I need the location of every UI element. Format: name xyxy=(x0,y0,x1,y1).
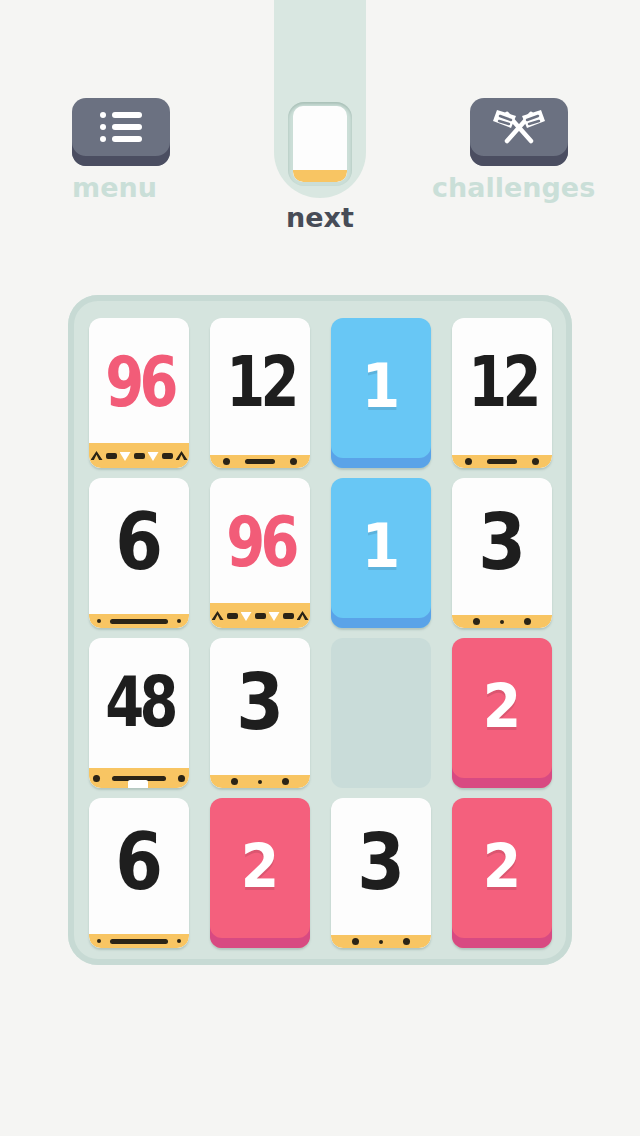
tile-value: 3 xyxy=(236,663,284,741)
tile-value: 3 xyxy=(357,823,405,901)
empty-cell xyxy=(331,638,431,788)
board-grid: 96121126961348326232 xyxy=(68,295,572,965)
tile-value: 12 xyxy=(225,347,295,417)
tile-foot-marks xyxy=(452,455,552,468)
threes-game-screen: next menu xyxy=(0,0,640,1136)
menu-label: menu xyxy=(72,172,170,203)
tile-value: 6 xyxy=(115,823,163,901)
tile-value: 6 xyxy=(115,503,163,581)
next-card-slot xyxy=(288,102,352,186)
cell: 6 xyxy=(89,798,189,948)
cell: 12 xyxy=(210,318,310,468)
tile-2[interactable]: 2 xyxy=(210,798,310,948)
tile-3[interactable]: 3 xyxy=(331,798,431,948)
next-label: next xyxy=(260,202,380,233)
tile-1[interactable]: 1 xyxy=(331,478,431,628)
tile-value: 1 xyxy=(362,356,400,416)
tile-96[interactable]: 96 xyxy=(210,478,310,628)
challenges-button[interactable] xyxy=(470,98,568,166)
tile-foot-marks xyxy=(452,615,552,628)
tile-foot-marks xyxy=(89,443,189,468)
tile-foot-marks xyxy=(210,775,310,788)
tile-value: 48 xyxy=(104,667,174,737)
cell: 3 xyxy=(210,638,310,788)
menu-list-icon xyxy=(100,112,142,142)
tile-value: 3 xyxy=(478,503,526,581)
tile-6[interactable]: 6 xyxy=(89,798,189,948)
cell: 96 xyxy=(210,478,310,628)
tile-value: 96 xyxy=(104,347,174,417)
challenges-label: challenges xyxy=(432,172,582,203)
next-card xyxy=(293,106,347,182)
tile-12[interactable]: 12 xyxy=(210,318,310,468)
tile-foot-marks xyxy=(89,934,189,948)
tile-2[interactable]: 2 xyxy=(452,798,552,948)
next-card-foot xyxy=(293,170,347,182)
cell: 2 xyxy=(210,798,310,948)
tile-foot-marks xyxy=(89,614,189,628)
tile-foot-marks xyxy=(89,768,189,788)
menu-button[interactable] xyxy=(72,98,170,166)
cell: 48 xyxy=(89,638,189,788)
tile-2[interactable]: 2 xyxy=(452,638,552,788)
tile-96[interactable]: 96 xyxy=(89,318,189,468)
cell: 1 xyxy=(331,318,431,468)
tile-3[interactable]: 3 xyxy=(452,478,552,628)
cell: 12 xyxy=(452,318,552,468)
tile-1[interactable]: 1 xyxy=(331,318,431,468)
cell: 2 xyxy=(452,798,552,948)
tile-value: 2 xyxy=(483,836,521,896)
tile-value: 2 xyxy=(483,676,521,736)
tile-6[interactable]: 6 xyxy=(89,478,189,628)
cell: 3 xyxy=(331,798,431,948)
tile-foot-marks xyxy=(210,455,310,468)
cell: 2 xyxy=(452,638,552,788)
tile-value: 96 xyxy=(225,507,295,577)
cell: 3 xyxy=(452,478,552,628)
tile-value: 1 xyxy=(362,516,400,576)
next-preview-strip xyxy=(274,0,366,198)
cell: 96 xyxy=(89,318,189,468)
tile-foot-marks xyxy=(210,603,310,628)
tile-value: 12 xyxy=(467,347,537,417)
tile-12[interactable]: 12 xyxy=(452,318,552,468)
game-board[interactable]: 96121126961348326232 xyxy=(68,295,572,965)
tile-value: 2 xyxy=(241,836,279,896)
cell: 6 xyxy=(89,478,189,628)
crossed-flags-icon xyxy=(492,105,546,150)
tile-foot-marks xyxy=(331,935,431,948)
tile-3[interactable]: 3 xyxy=(210,638,310,788)
tile-48[interactable]: 48 xyxy=(89,638,189,788)
cell: 1 xyxy=(331,478,431,628)
